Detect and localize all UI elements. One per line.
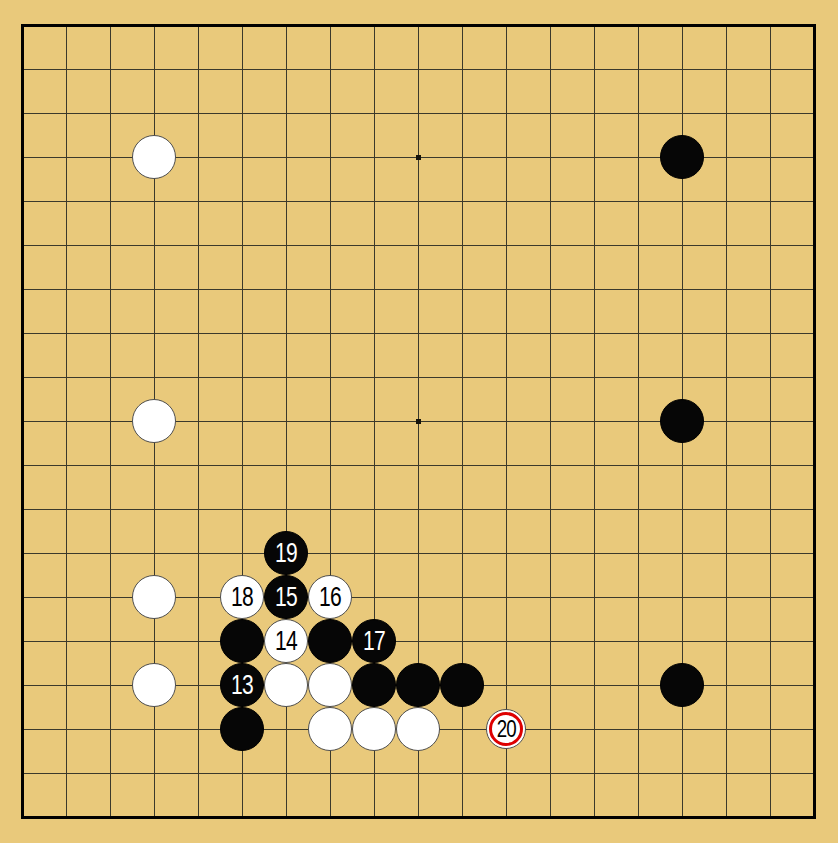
stone-black-F5	[220, 619, 264, 663]
stone-white-H6: 16	[308, 575, 352, 619]
stone-white-G5: 14	[264, 619, 308, 663]
stone-black-F3	[220, 707, 264, 751]
stone-black-Q10	[660, 399, 704, 443]
stone-white-J3	[352, 707, 396, 751]
stone-black-J4	[352, 663, 396, 707]
stone-black-K4	[396, 663, 440, 707]
stone-black-L4	[440, 663, 484, 707]
stone-black-G6: 15	[264, 575, 308, 619]
stone-black-H5	[308, 619, 352, 663]
move-number: 13	[231, 672, 253, 699]
stone-white-F6: 18	[220, 575, 264, 619]
stone-black-J5: 17	[352, 619, 396, 663]
star-point	[416, 155, 421, 160]
move-number: 19	[275, 540, 297, 567]
stone-white-D6	[132, 575, 176, 619]
stone-white-M3: 20	[486, 709, 526, 749]
move-number: 15	[275, 584, 297, 611]
stone-white-K3	[396, 707, 440, 751]
go-diagram: 1918151614171320	[0, 0, 838, 843]
stone-white-D4	[132, 663, 176, 707]
star-point	[416, 419, 421, 424]
move-number: 20	[496, 717, 515, 741]
move-number: 16	[319, 584, 341, 611]
stone-white-G4	[264, 663, 308, 707]
stone-white-H3	[308, 707, 352, 751]
move-number: 18	[231, 584, 253, 611]
stone-black-F4: 13	[220, 663, 264, 707]
move-number: 14	[275, 628, 297, 655]
stone-black-Q16	[660, 135, 704, 179]
stone-white-H4	[308, 663, 352, 707]
stone-white-D16	[132, 135, 176, 179]
stone-black-G7: 19	[264, 531, 308, 575]
stone-white-D10	[132, 399, 176, 443]
move-number: 17	[363, 628, 385, 655]
stone-black-Q4	[660, 663, 704, 707]
